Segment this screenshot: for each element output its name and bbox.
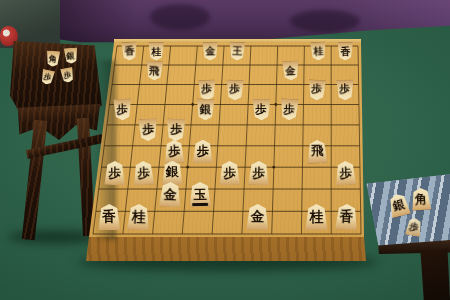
king-signature-band: [192, 203, 208, 206]
piece-kanji: 香: [102, 210, 116, 224]
piece-kanji: 歩: [62, 70, 71, 79]
piece-kanji: 銀: [200, 104, 211, 115]
piece-kanji: 飛: [311, 145, 324, 158]
piece-kanji: 角: [49, 54, 58, 63]
piece-kanji: 歩: [116, 104, 127, 115]
piece-kanji: 香: [124, 46, 134, 56]
piece-kanji: 歩: [252, 166, 265, 179]
shogi-match-scene: 香桂金王桂香飛金歩歩歩歩歩銀歩歩歩歩歩歩飛歩歩銀歩歩歩金玉香桂金桂香角銀歩歩銀角…: [0, 0, 450, 300]
piece-kanji: 歩: [340, 85, 351, 96]
piece-kanji: 歩: [168, 145, 181, 158]
piece-kanji: 歩: [229, 85, 240, 96]
piece-kanji: 桂: [310, 210, 324, 224]
piece-kanji: 歩: [42, 72, 51, 81]
piece-kanji: 歩: [408, 221, 419, 232]
piece-kanji: 玉: [193, 188, 207, 202]
board-grid: [0, 0, 450, 300]
piece-kanji: 歩: [256, 104, 267, 115]
piece-kanji: 角: [415, 193, 428, 206]
piece-kanji: 歩: [137, 166, 150, 179]
piece-kanji: 金: [205, 46, 215, 56]
piece-kanji: 金: [285, 65, 296, 76]
piece-kanji: 王: [232, 46, 242, 56]
piece-kanji: 飛: [149, 65, 160, 76]
piece-kanji: 金: [250, 210, 264, 224]
piece-kanji: 金: [163, 188, 177, 202]
piece-kanji: 桂: [313, 46, 323, 56]
piece-kanji: 歩: [197, 145, 209, 157]
piece-kanji: 歩: [170, 124, 182, 136]
piece-kanji: 香: [339, 210, 353, 224]
piece-kanji: 銀: [166, 166, 179, 179]
piece-kanji: 歩: [312, 84, 323, 95]
piece-kanji: 歩: [202, 84, 213, 95]
piece-kanji: 歩: [339, 166, 352, 179]
piece-kanji: 銀: [392, 198, 407, 213]
piece-kanji: 歩: [224, 166, 237, 179]
piece-kanji: 歩: [108, 166, 121, 179]
piece-kanji: 桂: [132, 210, 146, 224]
piece-kanji: 香: [340, 46, 350, 56]
piece-kanji: 桂: [151, 46, 161, 56]
piece-kanji: 歩: [142, 124, 154, 136]
piece-kanji: 銀: [67, 51, 76, 60]
piece-kanji: 歩: [284, 104, 296, 116]
